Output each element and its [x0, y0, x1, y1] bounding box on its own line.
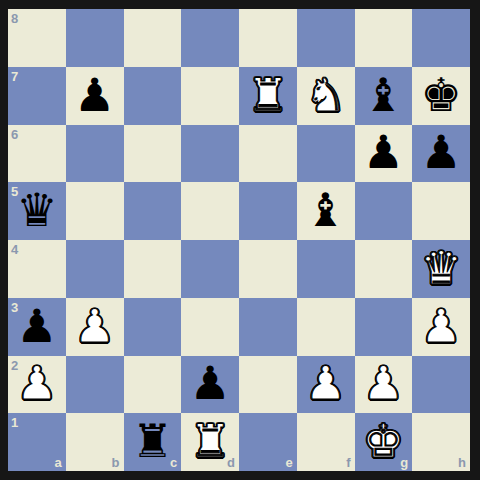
square-e7[interactable]: ♜︎ [239, 67, 297, 125]
rank-label-6: 6 [11, 128, 18, 141]
rank-label-7: 7 [11, 70, 18, 83]
black-king-h7[interactable]: ♚︎ [421, 72, 462, 118]
square-a1[interactable]: 1a [8, 413, 66, 471]
white-king-g1[interactable]: ♚︎ [363, 418, 404, 464]
square-h7[interactable]: ♚︎ [412, 67, 470, 125]
file-label-h: h [458, 456, 466, 469]
square-e8[interactable] [239, 9, 297, 67]
file-label-f: f [346, 456, 350, 469]
square-e2[interactable] [239, 356, 297, 414]
rank-label-4: 4 [11, 243, 18, 256]
square-d3[interactable] [181, 298, 239, 356]
black-pawn-g6[interactable]: ♟︎ [363, 129, 404, 175]
square-h1[interactable]: h [412, 413, 470, 471]
square-b7[interactable]: ♟︎ [66, 67, 124, 125]
chess-board: 87♟︎♜︎♞︎♝︎♚︎6♟︎♟︎5♛︎♝︎4♛︎3♟︎♟︎♟︎2♟︎♟︎♟︎♟… [8, 9, 470, 471]
square-c1[interactable]: c♜︎ [124, 413, 182, 471]
square-f1[interactable]: f [297, 413, 355, 471]
white-pawn-f2[interactable]: ♟︎ [305, 360, 346, 406]
square-e6[interactable] [239, 125, 297, 183]
square-a3[interactable]: 3♟︎ [8, 298, 66, 356]
file-label-b: b [112, 456, 120, 469]
square-d7[interactable] [181, 67, 239, 125]
square-a4[interactable]: 4 [8, 240, 66, 298]
square-f6[interactable] [297, 125, 355, 183]
black-pawn-d2[interactable]: ♟︎ [190, 360, 231, 406]
square-g7[interactable]: ♝︎ [355, 67, 413, 125]
white-pawn-h3[interactable]: ♟︎ [421, 303, 462, 349]
square-b6[interactable] [66, 125, 124, 183]
square-c2[interactable] [124, 356, 182, 414]
square-f8[interactable] [297, 9, 355, 67]
black-queen-a5[interactable]: ♛︎ [16, 187, 57, 233]
square-a2[interactable]: 2♟︎ [8, 356, 66, 414]
square-g6[interactable]: ♟︎ [355, 125, 413, 183]
square-g1[interactable]: g♚︎ [355, 413, 413, 471]
square-d2[interactable]: ♟︎ [181, 356, 239, 414]
square-g2[interactable]: ♟︎ [355, 356, 413, 414]
square-g5[interactable] [355, 182, 413, 240]
square-c7[interactable] [124, 67, 182, 125]
square-c3[interactable] [124, 298, 182, 356]
square-f3[interactable] [297, 298, 355, 356]
square-a5[interactable]: 5♛︎ [8, 182, 66, 240]
square-f2[interactable]: ♟︎ [297, 356, 355, 414]
black-rook-c1[interactable]: ♜︎ [132, 418, 173, 464]
square-a7[interactable]: 7 [8, 67, 66, 125]
square-d1[interactable]: d♜︎ [181, 413, 239, 471]
file-label-a: a [55, 456, 62, 469]
rank-label-1: 1 [11, 416, 18, 429]
square-d5[interactable] [181, 182, 239, 240]
white-knight-f7[interactable]: ♞︎ [305, 72, 346, 118]
white-queen-h4[interactable]: ♛︎ [421, 245, 462, 291]
square-a6[interactable]: 6 [8, 125, 66, 183]
square-b4[interactable] [66, 240, 124, 298]
square-f4[interactable] [297, 240, 355, 298]
square-c6[interactable] [124, 125, 182, 183]
square-b3[interactable]: ♟︎ [66, 298, 124, 356]
square-e5[interactable] [239, 182, 297, 240]
square-d4[interactable] [181, 240, 239, 298]
white-pawn-b3[interactable]: ♟︎ [74, 303, 115, 349]
black-bishop-f5[interactable]: ♝︎ [305, 187, 346, 233]
square-g4[interactable] [355, 240, 413, 298]
black-pawn-a3[interactable]: ♟︎ [16, 303, 57, 349]
white-rook-e7[interactable]: ♜︎ [247, 72, 288, 118]
square-h8[interactable] [412, 9, 470, 67]
file-label-e: e [286, 456, 293, 469]
square-f5[interactable]: ♝︎ [297, 182, 355, 240]
square-g3[interactable] [355, 298, 413, 356]
square-d6[interactable] [181, 125, 239, 183]
square-h3[interactable]: ♟︎ [412, 298, 470, 356]
square-b1[interactable]: b [66, 413, 124, 471]
rank-label-8: 8 [11, 12, 18, 25]
black-pawn-b7[interactable]: ♟︎ [74, 72, 115, 118]
square-b8[interactable] [66, 9, 124, 67]
black-pawn-h6[interactable]: ♟︎ [421, 129, 462, 175]
white-pawn-a2[interactable]: ♟︎ [16, 360, 57, 406]
square-h5[interactable] [412, 182, 470, 240]
square-f7[interactable]: ♞︎ [297, 67, 355, 125]
black-bishop-g7[interactable]: ♝︎ [363, 72, 404, 118]
square-a8[interactable]: 8 [8, 9, 66, 67]
square-e4[interactable] [239, 240, 297, 298]
square-c8[interactable] [124, 9, 182, 67]
square-b2[interactable] [66, 356, 124, 414]
square-g8[interactable] [355, 9, 413, 67]
square-h6[interactable]: ♟︎ [412, 125, 470, 183]
square-c5[interactable] [124, 182, 182, 240]
square-h2[interactable] [412, 356, 470, 414]
white-pawn-g2[interactable]: ♟︎ [363, 360, 404, 406]
square-e3[interactable] [239, 298, 297, 356]
square-h4[interactable]: ♛︎ [412, 240, 470, 298]
white-rook-d1[interactable]: ♜︎ [190, 418, 231, 464]
square-c4[interactable] [124, 240, 182, 298]
square-b5[interactable] [66, 182, 124, 240]
square-d8[interactable] [181, 9, 239, 67]
square-e1[interactable]: e [239, 413, 297, 471]
